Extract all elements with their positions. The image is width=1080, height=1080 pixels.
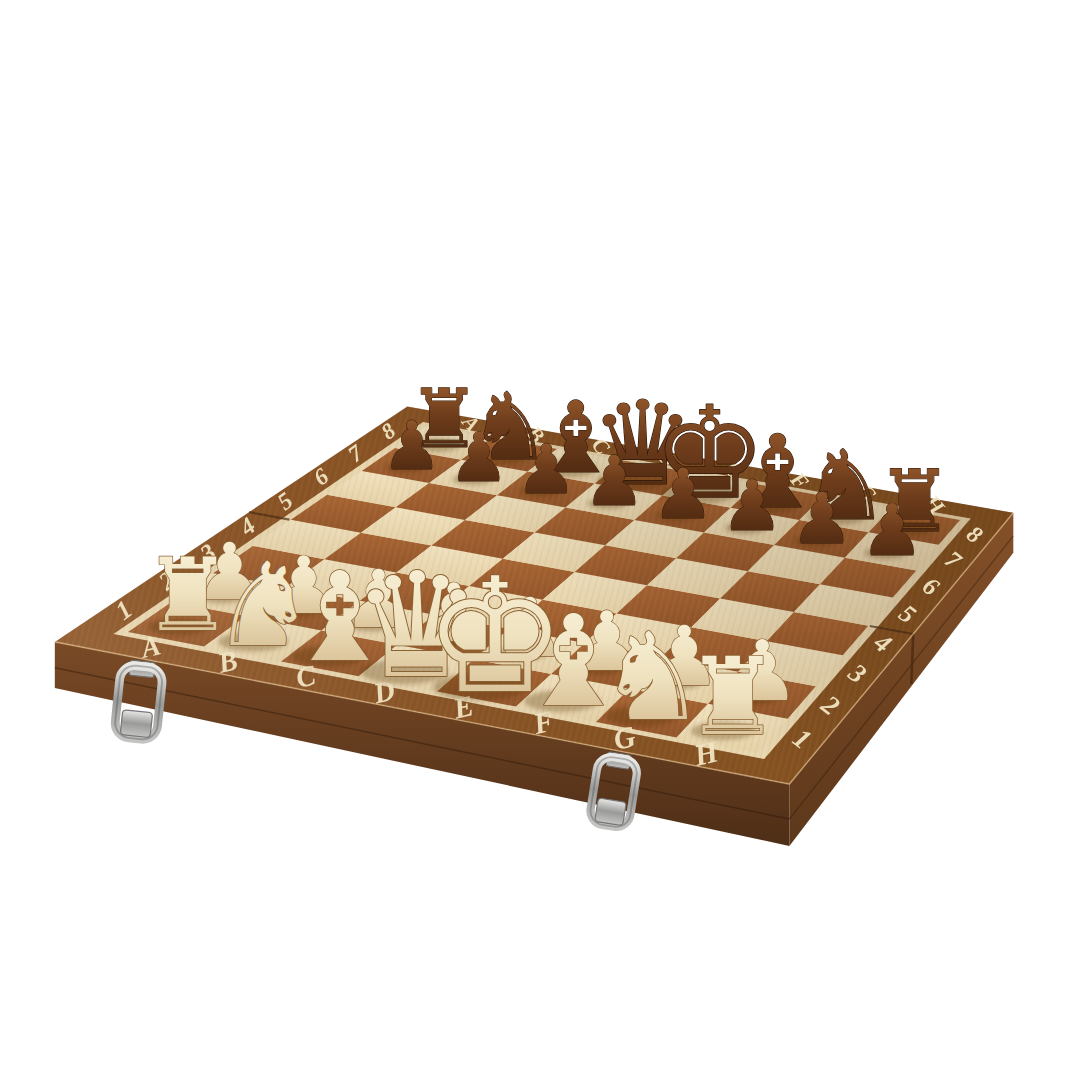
piece-brown-pawn-a7: ♟ (382, 407, 442, 485)
piece-brown-pawn-b7: ♟ (449, 418, 510, 497)
piece-brown-pawn-h7: ♟ (860, 489, 924, 572)
piece-white-rook-h1: ♜ (685, 634, 781, 759)
folding-chess-set-photo: AABBCCDDEEFFGGHH1122334455667788♜♞♟♝♟♛♟♚… (0, 0, 1080, 1080)
piece-brown-pawn-g7: ♟ (790, 478, 853, 560)
piece-brown-pawn-d7: ♟ (584, 441, 646, 521)
product-photo-canvas: AABBCCDDEEFFGGHH1122334455667788♜♞♟♝♟♛♟♚… (0, 0, 1080, 1080)
piece-brown-pawn-e7: ♟ (652, 454, 714, 534)
piece-brown-pawn-c7: ♟ (516, 430, 577, 509)
clasp-catch (595, 798, 627, 826)
piece-brown-pawn-f7: ♟ (721, 465, 784, 546)
clasp-catch (120, 710, 152, 738)
